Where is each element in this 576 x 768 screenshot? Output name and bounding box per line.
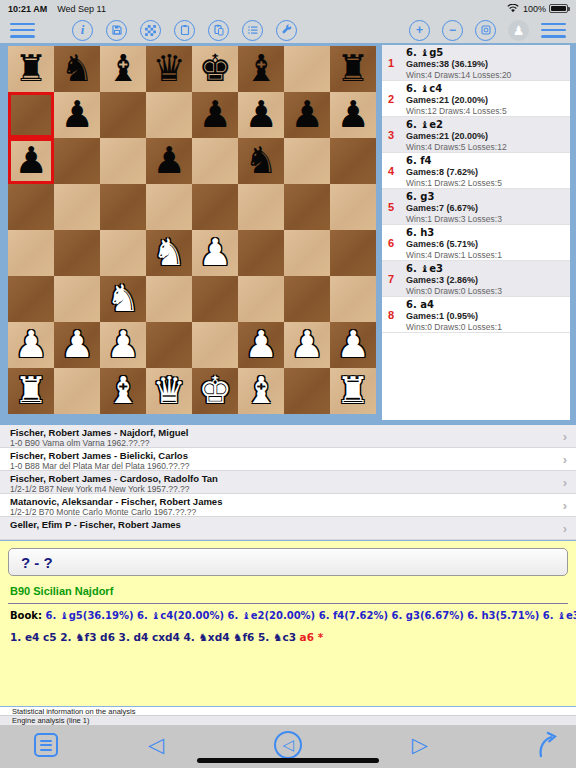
square-g4[interactable] (284, 230, 330, 276)
game-detail: 1-0 B90 Varna olm Varna 1962.??.?? (10, 438, 552, 448)
plus-icon: + (416, 23, 423, 37)
book-move: 6. ♝e3 (406, 263, 566, 274)
book-move-row[interactable]: 26. ♝c4Games:21 (20.00%)Wins:12 Draws:4 … (382, 81, 570, 117)
book-move-row[interactable]: 16. ♝g5Games:38 (36.19%)Wins:4 Draws:14 … (382, 45, 570, 81)
square-c3[interactable]: ♞ (100, 276, 146, 322)
square-g2[interactable]: ♟ (284, 322, 330, 368)
board-grid-icon (145, 25, 156, 36)
square-c1[interactable]: ♝ (100, 368, 146, 414)
chevron-right-icon: › (563, 521, 567, 536)
games-count: Games:7 (6.67%) (406, 202, 566, 214)
black-pawn-g7[interactable]: ♟ (290, 92, 323, 138)
white-pawn-c2[interactable]: ♟ (106, 322, 139, 368)
wifi-icon (507, 4, 519, 13)
statistics-tab-label: Statistical information on the analysis (12, 707, 135, 716)
book-move: 6. ♝g5 (406, 47, 566, 58)
game-row[interactable]: Geller, Efim P - Fischer, Robert James› (0, 517, 576, 540)
square-e3[interactable] (192, 276, 238, 322)
square-b2[interactable]: ♟ (54, 322, 100, 368)
chevron-right-icon: › (563, 498, 567, 513)
wdl-record: Wins:4 Draws:1 Losses:1 (406, 250, 566, 261)
square-g6[interactable] (284, 138, 330, 184)
white-rook-a1[interactable]: ♜ (14, 368, 47, 414)
square-d6[interactable]: ♟ (146, 138, 192, 184)
black-pawn-h7[interactable]: ♟ (336, 92, 369, 138)
game-players: Fischer, Robert James - Najdorf, Miguel (10, 427, 552, 438)
square-a1[interactable]: ♜ (8, 368, 54, 414)
white-pawn-f2[interactable]: ♟ (244, 322, 277, 368)
book-stats-panel: 16. ♝g5Games:38 (36.19%)Wins:4 Draws:14 … (382, 45, 570, 420)
wrench-icon (281, 24, 293, 36)
game-detail: 1/2-1/2 B70 Monte Carlo Monte Carlo 1967… (10, 507, 552, 517)
square-f5[interactable] (238, 184, 284, 230)
square-f2[interactable]: ♟ (238, 322, 284, 368)
divider (8, 603, 568, 604)
square-b8[interactable]: ♞ (54, 46, 100, 92)
notation-button[interactable] (34, 733, 58, 757)
rank-number: 8 (388, 309, 394, 321)
square-b4[interactable] (54, 230, 100, 276)
mainline-text: 1. e4 c5 2. ♞f3 d6 3. d4 cxd4 4. ♞xd4 ♞f… (10, 631, 296, 643)
book-move-row[interactable]: 66. h3Games:6 (5.71%)Wins:4 Draws:1 Loss… (382, 225, 570, 261)
book-label: Book: (10, 610, 42, 621)
eco-opening-name: B90 Sicilian Najdorf (10, 585, 576, 597)
book-move: 6. g3 (406, 191, 566, 202)
black-knight-b8[interactable]: ♞ (60, 46, 93, 92)
square-h2[interactable]: ♟ (330, 322, 376, 368)
square-a5[interactable] (8, 184, 54, 230)
paste-button[interactable] (208, 20, 229, 41)
wdl-record: Wins:12 Draws:4 Losses:5 (406, 106, 566, 117)
white-pawn-a2[interactable]: ♟ (14, 322, 47, 368)
square-c7[interactable] (100, 92, 146, 138)
square-h6[interactable] (330, 138, 376, 184)
chess-board[interactable]: ♜♞♝♛♚♝♜♟♟♟♟♟♟♟♞♞♟♞♟♟♟♟♟♟♜♝♛♚♝♜ (8, 46, 376, 414)
square-e2[interactable] (192, 322, 238, 368)
engine-button[interactable] (475, 20, 496, 41)
games-list: Fischer, Robert James - Najdorf, Miguel1… (0, 425, 576, 540)
settings-button[interactable] (276, 20, 297, 41)
menu-right-icon[interactable] (541, 23, 566, 38)
book-move-row[interactable]: 56. g3Games:7 (6.67%)Wins:1 Draws:3 Loss… (382, 189, 570, 225)
rank-number: 4 (388, 165, 394, 177)
square-d7[interactable] (146, 92, 192, 138)
black-pawn-a6[interactable]: ♟ (14, 138, 47, 184)
zoom-in-button[interactable]: + (409, 20, 430, 41)
white-pawn-g2[interactable]: ♟ (290, 322, 323, 368)
square-e4[interactable]: ♟ (192, 230, 238, 276)
pawn-icon: ♟ (513, 23, 525, 38)
game-players: Fischer, Robert James - Cardoso, Radolfo… (10, 473, 552, 484)
square-b7[interactable]: ♟ (54, 92, 100, 138)
rank-number: 7 (388, 273, 394, 285)
white-knight-d4[interactable]: ♞ (152, 230, 185, 276)
square-e1[interactable]: ♚ (192, 368, 238, 414)
square-e8[interactable]: ♚ (192, 46, 238, 92)
square-g8[interactable] (284, 46, 330, 92)
black-pawn-f7[interactable]: ♟ (244, 92, 277, 138)
square-c5[interactable] (100, 184, 146, 230)
game-players: Geller, Efim P - Fischer, Robert James (10, 519, 552, 530)
menu-icon[interactable] (10, 23, 35, 38)
white-bishop-f1[interactable]: ♝ (244, 368, 277, 414)
square-a6[interactable]: ♟ (8, 138, 54, 184)
black-pawn-e7[interactable]: ♟ (198, 92, 231, 138)
side-to-move-indicator[interactable]: ♟ (508, 20, 529, 41)
wdl-record: Wins:4 Draws:14 Losses:20 (406, 70, 566, 81)
chevron-right-icon: › (563, 429, 567, 444)
copy-button[interactable] (174, 20, 195, 41)
white-bishop-c1[interactable]: ♝ (106, 368, 139, 414)
save-icon (111, 24, 123, 36)
square-d5[interactable] (146, 184, 192, 230)
square-g7[interactable]: ♟ (284, 92, 330, 138)
black-bishop-f8[interactable]: ♝ (244, 46, 277, 92)
end-marker: * (318, 631, 324, 643)
games-count: Games:3 (2.86%) (406, 274, 566, 286)
square-b6[interactable] (54, 138, 100, 184)
white-king-e1[interactable]: ♚ (198, 368, 231, 414)
status-bar: 10:21 AM Wed Sep 11 100% (0, 0, 576, 17)
square-a3[interactable] (8, 276, 54, 322)
square-e6[interactable] (192, 138, 238, 184)
home-indicator[interactable] (197, 758, 379, 763)
square-c8[interactable]: ♝ (100, 46, 146, 92)
square-d3[interactable] (146, 276, 192, 322)
square-f8[interactable]: ♝ (238, 46, 284, 92)
square-h7[interactable]: ♟ (330, 92, 376, 138)
black-queen-d8[interactable]: ♛ (152, 46, 185, 92)
square-d4[interactable]: ♞ (146, 230, 192, 276)
info-icon: i (81, 22, 85, 38)
minus-icon: − (449, 23, 456, 37)
rank-number: 1 (388, 57, 394, 69)
square-f6[interactable]: ♞ (238, 138, 284, 184)
book-move: 6. ♝e2 (406, 119, 566, 130)
wdl-record: Wins:4 Draws:5 Losses:12 (406, 142, 566, 153)
engine-analysis-tab[interactable]: Engine analysis (line 1) (0, 716, 576, 725)
square-c6[interactable] (100, 138, 146, 184)
square-h5[interactable] (330, 184, 376, 230)
black-knight-f6[interactable]: ♞ (244, 138, 277, 184)
paste-icon (213, 24, 225, 36)
rank-number: 5 (388, 201, 394, 213)
square-h1[interactable]: ♜ (330, 368, 376, 414)
games-count: Games:6 (5.71%) (406, 238, 566, 250)
wdl-record: Wins:1 Draws:3 Losses:3 (406, 214, 566, 225)
battery-icon (549, 4, 568, 13)
square-b3[interactable] (54, 276, 100, 322)
square-h3[interactable] (330, 276, 376, 322)
players-text: ? - ? (21, 554, 53, 571)
curved-arrow-button[interactable] (536, 731, 560, 764)
white-pawn-e4[interactable]: ♟ (198, 230, 231, 276)
info-button[interactable]: i (72, 20, 93, 41)
games-count: Games:38 (36.19%) (406, 58, 566, 70)
wdl-record: Wins:0 Draws:0 Losses:3 (406, 286, 566, 297)
square-c2[interactable]: ♟ (100, 322, 146, 368)
chip-icon (480, 24, 492, 36)
white-pawn-h2[interactable]: ♟ (336, 322, 369, 368)
wdl-record: Wins:1 Draws:2 Losses:5 (406, 178, 566, 189)
game-players: Fischer, Robert James - Bielicki, Carlos (10, 450, 552, 461)
list-icon (247, 24, 259, 36)
game-detail: 1-0 B88 Mar del Plata Mar del Plata 1960… (10, 461, 552, 471)
games-count: Games:21 (20.00%) (406, 94, 566, 106)
square-a4[interactable] (8, 230, 54, 276)
white-pawn-b2[interactable]: ♟ (60, 322, 93, 368)
square-b5[interactable] (54, 184, 100, 230)
top-toolbar: i + − ♟ (0, 17, 576, 43)
book-move-row[interactable]: 46. f4Games:8 (7.62%)Wins:1 Draws:2 Loss… (382, 153, 570, 189)
list-button[interactable] (242, 20, 263, 41)
square-g1[interactable] (284, 368, 330, 414)
book-move-row[interactable]: 76. ♝e3Games:3 (2.86%)Wins:0 Draws:0 Los… (382, 261, 570, 297)
games-count: Games:21 (20.00%) (406, 130, 566, 142)
square-a7[interactable] (8, 92, 54, 138)
mainline-moves[interactable]: 1. e4 c5 2. ♞f3 d6 3. d4 cxd4 4. ♞xd4 ♞f… (10, 631, 576, 643)
book-move: 6. f4 (406, 155, 566, 166)
black-pawn-d6[interactable]: ♟ (152, 138, 185, 184)
clipboard-icon (179, 24, 191, 36)
engine-analysis-tab-label: Engine analysis (line 1) (12, 716, 90, 725)
game-row[interactable]: Fischer, Robert James - Cardoso, Radolfo… (0, 471, 576, 494)
game-row[interactable]: Fischer, Robert James - Bielicki, Carlos… (0, 448, 576, 471)
game-detail: 1/2-1/2 B87 New York m4 New York 1957.??… (10, 484, 552, 494)
game-players: Matanovic, Aleksandar - Fischer, Robert … (10, 496, 552, 507)
square-f4[interactable] (238, 230, 284, 276)
book-move: 6. a4 (406, 299, 566, 310)
statistics-tab[interactable]: Statistical information on the analysis (0, 707, 576, 716)
wdl-record: Wins:0 Draws:0 Losses:1 (406, 322, 566, 333)
chevron-right-icon: › (563, 452, 567, 467)
zoom-out-button[interactable]: − (442, 20, 463, 41)
battery-percent: 100% (523, 4, 546, 14)
book-move: 6. ♝c4 (406, 83, 566, 94)
book-move-row[interactable]: 86. a4Games:1 (0.95%)Wins:0 Draws:0 Loss… (382, 297, 570, 333)
board-setup-button[interactable] (140, 20, 161, 41)
game-row[interactable]: Matanovic, Aleksandar - Fischer, Robert … (0, 494, 576, 517)
previous-move-button[interactable]: ◁ (148, 733, 164, 757)
square-d8[interactable]: ♛ (146, 46, 192, 92)
rank-number: 6 (388, 237, 394, 249)
book-moves-text[interactable]: 6. ♝g5(36.19%) 6. ♝c4(20.00%) 6. ♝e2(20.… (46, 610, 576, 621)
book-move-row[interactable]: 36. ♝e2Games:21 (20.00%)Wins:4 Draws:5 L… (382, 117, 570, 153)
black-pawn-b7[interactable]: ♟ (60, 92, 93, 138)
black-bishop-c8[interactable]: ♝ (106, 46, 139, 92)
square-g5[interactable] (284, 184, 330, 230)
white-queen-d1[interactable]: ♛ (152, 368, 185, 414)
black-rook-h8[interactable]: ♜ (336, 46, 369, 92)
square-a8[interactable]: ♜ (8, 46, 54, 92)
square-b1[interactable] (54, 368, 100, 414)
square-d2[interactable] (146, 322, 192, 368)
current-move: a6 (300, 631, 314, 643)
square-c4[interactable] (100, 230, 146, 276)
square-f3[interactable] (238, 276, 284, 322)
square-f7[interactable]: ♟ (238, 92, 284, 138)
games-count: Games:1 (0.95%) (406, 310, 566, 322)
clock: 10:21 AM (8, 4, 47, 14)
square-h4[interactable] (330, 230, 376, 276)
black-rook-a8[interactable]: ♜ (14, 46, 47, 92)
square-e5[interactable] (192, 184, 238, 230)
book-move: 6. h3 (406, 227, 566, 238)
jump-back-icon: ◁ (282, 733, 294, 757)
white-rook-h1[interactable]: ♜ (336, 368, 369, 414)
players-header[interactable]: ? - ? (8, 548, 568, 576)
white-knight-c3[interactable]: ♞ (106, 276, 139, 322)
games-count: Games:8 (7.62%) (406, 166, 566, 178)
bottom-toolbar: ◁ ◁ ▷ (0, 725, 576, 768)
date: Wed Sep 11 (57, 4, 106, 14)
game-row[interactable]: Fischer, Robert James - Najdorf, Miguel1… (0, 425, 576, 448)
save-button[interactable] (106, 20, 127, 41)
square-d1[interactable]: ♛ (146, 368, 192, 414)
main-area: ♜♞♝♛♚♝♜♟♟♟♟♟♟♟♞♞♟♞♟♟♟♟♟♟♜♝♛♚♝♜ 16. ♝g5Ga… (0, 43, 576, 425)
square-f1[interactable]: ♝ (238, 368, 284, 414)
square-g3[interactable] (284, 276, 330, 322)
analysis-panel: ? - ? B90 Sicilian Najdorf Book: 6. ♝g5(… (0, 540, 576, 707)
square-h8[interactable]: ♜ (330, 46, 376, 92)
square-a2[interactable]: ♟ (8, 322, 54, 368)
next-move-button[interactable]: ▷ (412, 733, 428, 757)
rank-number: 2 (388, 93, 394, 105)
black-king-e8[interactable]: ♚ (198, 46, 231, 92)
jump-to-start-button[interactable]: ◁ (274, 731, 302, 759)
book-line: Book: 6. ♝g5(36.19%) 6. ♝c4(20.00%) 6. ♝… (10, 610, 576, 621)
square-e7[interactable]: ♟ (192, 92, 238, 138)
chevron-right-icon: › (563, 475, 567, 490)
curved-arrow-icon (536, 731, 560, 759)
rank-number: 3 (388, 129, 394, 141)
